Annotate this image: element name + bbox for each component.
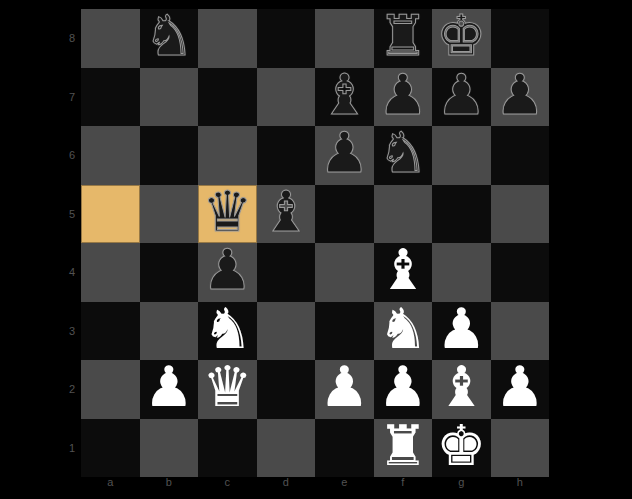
square-b1[interactable]	[140, 419, 199, 478]
square-d2[interactable]	[257, 360, 316, 419]
rank-label-3: 3	[64, 302, 80, 361]
square-e2[interactable]: ♟	[315, 360, 374, 419]
square-f4[interactable]: ♝	[374, 243, 433, 302]
piece-white-bishop[interactable]: ♝	[378, 243, 428, 298]
piece-black-pawn[interactable]: ♟	[319, 126, 369, 181]
square-e8[interactable]	[315, 9, 374, 68]
piece-black-bishop[interactable]: ♝	[319, 68, 369, 123]
square-c5[interactable]: ♛	[198, 185, 257, 244]
rank-label-8: 8	[64, 9, 80, 68]
square-h6[interactable]	[491, 126, 550, 185]
square-f3[interactable]: ♞	[374, 302, 433, 361]
rank-labels: 87654321	[64, 9, 80, 477]
square-c3[interactable]: ♞	[198, 302, 257, 361]
square-a8[interactable]	[81, 9, 140, 68]
piece-black-pawn[interactable]: ♟	[378, 68, 428, 123]
square-c6[interactable]	[198, 126, 257, 185]
piece-black-rook[interactable]: ♜	[378, 9, 428, 64]
square-c8[interactable]	[198, 9, 257, 68]
square-c2[interactable]: ♛	[198, 360, 257, 419]
rank-label-2: 2	[64, 360, 80, 419]
square-h2[interactable]: ♟	[491, 360, 550, 419]
piece-black-pawn[interactable]: ♟	[202, 243, 252, 298]
square-d6[interactable]	[257, 126, 316, 185]
square-e5[interactable]	[315, 185, 374, 244]
file-label-a: a	[81, 474, 140, 490]
piece-white-pawn[interactable]: ♟	[319, 360, 369, 415]
square-f2[interactable]: ♟	[374, 360, 433, 419]
square-h5[interactable]	[491, 185, 550, 244]
piece-black-king[interactable]: ♚	[436, 9, 486, 64]
square-f7[interactable]: ♟	[374, 68, 433, 127]
square-b2[interactable]: ♟	[140, 360, 199, 419]
file-label-g: g	[432, 474, 491, 490]
square-h1[interactable]	[491, 419, 550, 478]
piece-black-pawn[interactable]: ♟	[495, 68, 545, 123]
piece-black-pawn[interactable]: ♟	[436, 68, 486, 123]
square-h3[interactable]	[491, 302, 550, 361]
piece-white-pawn[interactable]: ♟	[436, 302, 486, 357]
file-label-e: e	[315, 474, 374, 490]
file-labels: abcdefgh	[81, 474, 549, 490]
square-c1[interactable]	[198, 419, 257, 478]
square-a5[interactable]	[81, 185, 140, 244]
file-label-b: b	[140, 474, 199, 490]
rank-label-1: 1	[64, 419, 80, 478]
square-c7[interactable]	[198, 68, 257, 127]
square-g8[interactable]: ♚	[432, 9, 491, 68]
square-h4[interactable]	[491, 243, 550, 302]
chess-board: ♞♜♚♝♟♟♟♟♞♛♝♟♝♞♞♟♟♛♟♟♝♟♜♚	[81, 9, 549, 477]
square-f8[interactable]: ♜	[374, 9, 433, 68]
square-a7[interactable]	[81, 68, 140, 127]
square-a4[interactable]	[81, 243, 140, 302]
square-b5[interactable]	[140, 185, 199, 244]
piece-white-rook[interactable]: ♜	[378, 419, 428, 474]
square-d4[interactable]	[257, 243, 316, 302]
square-e7[interactable]: ♝	[315, 68, 374, 127]
square-h7[interactable]: ♟	[491, 68, 550, 127]
square-a6[interactable]	[81, 126, 140, 185]
piece-white-pawn[interactable]: ♟	[378, 360, 428, 415]
square-c4[interactable]: ♟	[198, 243, 257, 302]
file-label-f: f	[374, 474, 433, 490]
square-e6[interactable]: ♟	[315, 126, 374, 185]
square-g6[interactable]	[432, 126, 491, 185]
rank-label-6: 6	[64, 126, 80, 185]
piece-white-knight[interactable]: ♞	[202, 302, 252, 357]
square-a1[interactable]	[81, 419, 140, 478]
square-b6[interactable]	[140, 126, 199, 185]
square-d7[interactable]	[257, 68, 316, 127]
piece-white-queen[interactable]: ♛	[202, 360, 252, 415]
square-b7[interactable]	[140, 68, 199, 127]
rank-label-5: 5	[64, 185, 80, 244]
file-label-h: h	[491, 474, 550, 490]
square-d1[interactable]	[257, 419, 316, 478]
square-g5[interactable]	[432, 185, 491, 244]
square-g1[interactable]: ♚	[432, 419, 491, 478]
piece-white-knight[interactable]: ♞	[378, 302, 428, 357]
file-label-d: d	[257, 474, 316, 490]
piece-black-bishop[interactable]: ♝	[261, 185, 311, 240]
square-g2[interactable]: ♝	[432, 360, 491, 419]
rank-label-4: 4	[64, 243, 80, 302]
square-g4[interactable]	[432, 243, 491, 302]
piece-white-king[interactable]: ♚	[436, 419, 486, 474]
piece-black-queen[interactable]: ♛	[202, 185, 252, 240]
square-e3[interactable]	[315, 302, 374, 361]
square-f5[interactable]	[374, 185, 433, 244]
square-h8[interactable]	[491, 9, 550, 68]
file-label-c: c	[198, 474, 257, 490]
piece-black-knight[interactable]: ♞	[378, 126, 428, 181]
piece-white-bishop[interactable]: ♝	[436, 360, 486, 415]
square-d5[interactable]: ♝	[257, 185, 316, 244]
square-g3[interactable]: ♟	[432, 302, 491, 361]
piece-white-pawn[interactable]: ♟	[495, 360, 545, 415]
square-f1[interactable]: ♜	[374, 419, 433, 478]
square-g7[interactable]: ♟	[432, 68, 491, 127]
square-b8[interactable]: ♞	[140, 9, 199, 68]
rank-label-7: 7	[64, 68, 80, 127]
square-e1[interactable]	[315, 419, 374, 478]
square-d3[interactable]	[257, 302, 316, 361]
square-b3[interactable]	[140, 302, 199, 361]
square-d8[interactable]	[257, 9, 316, 68]
square-f6[interactable]: ♞	[374, 126, 433, 185]
square-b4[interactable]	[140, 243, 199, 302]
square-a2[interactable]	[81, 360, 140, 419]
square-e4[interactable]	[315, 243, 374, 302]
piece-white-pawn[interactable]: ♟	[144, 360, 194, 415]
square-a3[interactable]	[81, 302, 140, 361]
piece-black-knight[interactable]: ♞	[144, 9, 194, 64]
